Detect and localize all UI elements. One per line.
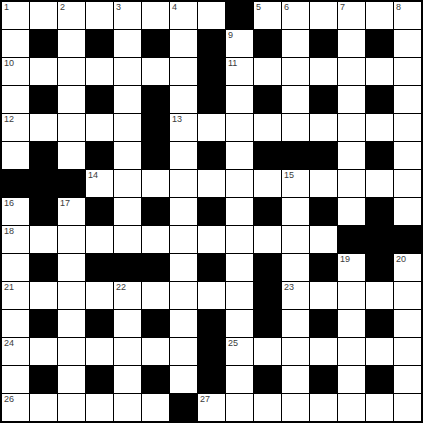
letter-cell[interactable] [142, 2, 169, 29]
block-cell [142, 114, 169, 141]
clue-number: 5 [256, 2, 261, 13]
letter-cell[interactable] [198, 170, 225, 197]
letter-cell[interactable] [114, 338, 141, 365]
letter-cell[interactable]: 14 [86, 170, 113, 197]
block-cell [198, 86, 225, 113]
block-cell [394, 226, 421, 253]
letter-cell[interactable] [282, 394, 309, 421]
letter-cell[interactable] [366, 58, 393, 85]
letter-cell[interactable]: 22 [114, 282, 141, 309]
letter-cell[interactable] [114, 394, 141, 421]
letter-cell[interactable] [58, 254, 85, 281]
letter-cell[interactable] [30, 58, 57, 85]
letter-cell[interactable] [58, 142, 85, 169]
letter-cell[interactable]: 8 [394, 2, 421, 29]
block-cell [30, 198, 57, 225]
block-cell [2, 170, 29, 197]
letter-cell[interactable] [170, 366, 197, 393]
letter-cell[interactable]: 1 [2, 2, 29, 29]
letter-cell[interactable] [58, 282, 85, 309]
letter-cell[interactable] [170, 338, 197, 365]
block-cell [254, 142, 281, 169]
letter-cell[interactable] [58, 338, 85, 365]
block-cell [198, 30, 225, 57]
block-cell [366, 366, 393, 393]
letter-cell[interactable] [282, 198, 309, 225]
letter-cell[interactable] [114, 142, 141, 169]
block-cell [310, 86, 337, 113]
letter-cell[interactable]: 18 [2, 226, 29, 253]
block-cell [254, 366, 281, 393]
block-cell [366, 86, 393, 113]
block-cell [366, 30, 393, 57]
letter-cell[interactable] [86, 394, 113, 421]
letter-cell[interactable] [58, 58, 85, 85]
letter-cell[interactable] [282, 254, 309, 281]
letter-cell[interactable] [114, 58, 141, 85]
letter-cell[interactable] [338, 86, 365, 113]
letter-cell[interactable] [170, 30, 197, 57]
letter-cell[interactable] [170, 282, 197, 309]
block-cell [254, 310, 281, 337]
letter-cell[interactable] [170, 310, 197, 337]
letter-cell[interactable] [226, 198, 253, 225]
letter-cell[interactable]: 12 [2, 114, 29, 141]
letter-cell[interactable] [366, 170, 393, 197]
letter-cell[interactable] [58, 366, 85, 393]
letter-cell[interactable]: 19 [338, 254, 365, 281]
letter-cell[interactable]: 2 [58, 2, 85, 29]
letter-cell[interactable] [30, 394, 57, 421]
letter-cell[interactable] [338, 198, 365, 225]
letter-cell[interactable] [338, 58, 365, 85]
letter-cell[interactable] [338, 142, 365, 169]
letter-cell[interactable] [30, 282, 57, 309]
letter-cell[interactable] [86, 282, 113, 309]
letter-cell[interactable] [226, 226, 253, 253]
letter-cell[interactable] [394, 114, 421, 141]
letter-cell[interactable] [30, 114, 57, 141]
letter-cell[interactable] [310, 114, 337, 141]
letter-cell[interactable]: 11 [226, 58, 253, 85]
clue-number: 14 [88, 170, 98, 181]
letter-cell[interactable] [254, 114, 281, 141]
block-cell [198, 310, 225, 337]
letter-cell[interactable] [30, 338, 57, 365]
letter-cell[interactable]: 3 [114, 2, 141, 29]
block-cell [86, 198, 113, 225]
letter-cell[interactable]: 20 [394, 254, 421, 281]
letter-cell[interactable]: 27 [198, 394, 225, 421]
clue-number: 1 [4, 2, 9, 13]
clue-number: 17 [60, 198, 70, 209]
letter-cell[interactable] [30, 2, 57, 29]
block-cell [338, 226, 365, 253]
letter-cell[interactable] [366, 338, 393, 365]
letter-cell[interactable] [338, 170, 365, 197]
letter-cell[interactable] [86, 114, 113, 141]
letter-cell[interactable] [310, 226, 337, 253]
letter-cell[interactable] [198, 282, 225, 309]
letter-cell[interactable] [114, 114, 141, 141]
letter-cell[interactable] [114, 198, 141, 225]
block-cell [254, 198, 281, 225]
letter-cell[interactable] [394, 394, 421, 421]
letter-cell[interactable] [226, 394, 253, 421]
letter-cell[interactable] [142, 170, 169, 197]
letter-cell[interactable] [114, 170, 141, 197]
letter-cell[interactable] [2, 30, 29, 57]
letter-cell[interactable] [394, 198, 421, 225]
letter-cell[interactable] [198, 226, 225, 253]
block-cell [198, 366, 225, 393]
letter-cell[interactable] [86, 58, 113, 85]
letter-cell[interactable] [58, 30, 85, 57]
block-cell [310, 310, 337, 337]
letter-cell[interactable] [142, 394, 169, 421]
letter-cell[interactable] [394, 338, 421, 365]
clue-number: 16 [4, 198, 14, 209]
clue-number: 4 [172, 2, 177, 13]
letter-cell[interactable] [394, 366, 421, 393]
block-cell [58, 170, 85, 197]
letter-cell[interactable] [394, 30, 421, 57]
letter-cell[interactable] [170, 142, 197, 169]
letter-cell[interactable]: 9 [226, 30, 253, 57]
letter-cell[interactable] [170, 58, 197, 85]
clue-number: 23 [284, 282, 294, 293]
block-cell [142, 142, 169, 169]
letter-cell[interactable]: 16 [2, 198, 29, 225]
letter-cell[interactable]: 5 [254, 2, 281, 29]
clue-number: 15 [284, 170, 294, 181]
clue-number: 10 [4, 58, 14, 69]
block-cell [142, 310, 169, 337]
letter-cell[interactable] [86, 226, 113, 253]
block-cell [86, 86, 113, 113]
letter-cell[interactable] [394, 310, 421, 337]
block-cell [142, 254, 169, 281]
letter-cell[interactable]: 15 [282, 170, 309, 197]
block-cell [198, 142, 225, 169]
letter-cell[interactable]: 23 [282, 282, 309, 309]
clue-number: 24 [4, 338, 14, 349]
letter-cell[interactable] [310, 338, 337, 365]
letter-cell[interactable] [366, 114, 393, 141]
block-cell [198, 198, 225, 225]
letter-cell[interactable] [226, 86, 253, 113]
clue-number: 11 [228, 58, 237, 69]
letter-cell[interactable] [310, 394, 337, 421]
letter-cell[interactable] [142, 338, 169, 365]
block-cell [198, 58, 225, 85]
letter-cell[interactable] [282, 86, 309, 113]
letter-cell[interactable] [2, 142, 29, 169]
block-cell [30, 86, 57, 113]
block-cell [254, 282, 281, 309]
letter-cell[interactable] [226, 114, 253, 141]
letter-cell[interactable] [58, 114, 85, 141]
clue-number: 2 [60, 2, 65, 13]
block-cell [170, 394, 197, 421]
letter-cell[interactable] [226, 170, 253, 197]
block-cell [142, 86, 169, 113]
block-cell [30, 142, 57, 169]
letter-cell[interactable] [2, 254, 29, 281]
clue-number: 9 [228, 30, 233, 41]
letter-cell[interactable] [394, 86, 421, 113]
clue-number: 6 [284, 2, 289, 13]
block-cell [198, 254, 225, 281]
letter-cell[interactable] [114, 366, 141, 393]
block-cell [310, 198, 337, 225]
letter-cell[interactable] [170, 226, 197, 253]
block-cell [86, 310, 113, 337]
letter-cell[interactable] [114, 30, 141, 57]
letter-cell[interactable] [254, 58, 281, 85]
block-cell [142, 366, 169, 393]
letter-cell[interactable] [86, 338, 113, 365]
clue-number: 19 [340, 254, 350, 265]
clue-number: 27 [200, 394, 210, 405]
letter-cell[interactable] [58, 310, 85, 337]
letter-cell[interactable] [310, 170, 337, 197]
letter-cell[interactable] [170, 254, 197, 281]
letter-cell[interactable] [254, 338, 281, 365]
letter-cell[interactable] [282, 30, 309, 57]
letter-cell[interactable] [338, 114, 365, 141]
block-cell [310, 254, 337, 281]
letter-cell[interactable] [226, 282, 253, 309]
letter-cell[interactable]: 17 [58, 198, 85, 225]
block-cell [30, 310, 57, 337]
letter-cell[interactable] [394, 142, 421, 169]
letter-cell[interactable] [58, 394, 85, 421]
letter-cell[interactable] [282, 226, 309, 253]
letter-cell[interactable] [254, 170, 281, 197]
clue-number: 7 [340, 2, 345, 13]
letter-cell[interactable] [86, 2, 113, 29]
letter-cell[interactable] [170, 86, 197, 113]
block-cell [366, 198, 393, 225]
letter-cell[interactable]: 6 [282, 2, 309, 29]
clue-number: 8 [396, 2, 401, 13]
clue-number: 3 [116, 2, 121, 13]
clue-number: 22 [116, 282, 126, 293]
block-cell [142, 30, 169, 57]
letter-cell[interactable] [310, 58, 337, 85]
block-cell [366, 226, 393, 253]
block-cell [366, 310, 393, 337]
letter-cell[interactable] [282, 310, 309, 337]
block-cell [30, 170, 57, 197]
letter-cell[interactable] [282, 58, 309, 85]
letter-cell[interactable] [310, 2, 337, 29]
letter-cell[interactable] [338, 30, 365, 57]
clue-number: 12 [4, 114, 14, 125]
letter-cell[interactable] [58, 86, 85, 113]
letter-cell[interactable] [338, 366, 365, 393]
letter-cell[interactable] [254, 394, 281, 421]
block-cell [254, 30, 281, 57]
letter-cell[interactable] [226, 254, 253, 281]
block-cell [30, 30, 57, 57]
clue-number: 26 [4, 394, 14, 405]
letter-cell[interactable]: 24 [2, 338, 29, 365]
letter-cell[interactable] [366, 282, 393, 309]
clue-number: 20 [396, 254, 406, 265]
block-cell [310, 30, 337, 57]
block-cell [226, 2, 253, 29]
letter-cell[interactable] [170, 198, 197, 225]
clue-number: 18 [4, 226, 14, 237]
letter-cell[interactable] [2, 86, 29, 113]
block-cell [366, 254, 393, 281]
letter-cell[interactable] [282, 366, 309, 393]
block-cell [142, 198, 169, 225]
letter-cell[interactable] [338, 338, 365, 365]
letter-cell[interactable] [338, 310, 365, 337]
letter-cell[interactable] [394, 58, 421, 85]
letter-cell[interactable]: 7 [338, 2, 365, 29]
clue-number: 21 [4, 282, 14, 293]
letter-cell[interactable] [338, 282, 365, 309]
letter-cell[interactable] [114, 226, 141, 253]
letter-cell[interactable] [114, 86, 141, 113]
letter-cell[interactable] [198, 2, 225, 29]
letter-cell[interactable]: 4 [170, 2, 197, 29]
letter-cell[interactable] [2, 366, 29, 393]
clue-number: 13 [172, 114, 182, 125]
block-cell [310, 142, 337, 169]
letter-cell[interactable]: 13 [170, 114, 197, 141]
letter-cell[interactable] [282, 338, 309, 365]
letter-cell[interactable] [30, 226, 57, 253]
letter-cell[interactable] [282, 114, 309, 141]
letter-cell[interactable]: 26 [2, 394, 29, 421]
letter-cell[interactable] [366, 394, 393, 421]
crossword-board: 1234567891011121314151617181920212223242… [0, 0, 423, 423]
block-cell [282, 142, 309, 169]
block-cell [114, 254, 141, 281]
letter-cell[interactable] [394, 282, 421, 309]
letter-cell[interactable]: 25 [226, 338, 253, 365]
block-cell [86, 366, 113, 393]
letter-cell[interactable] [142, 226, 169, 253]
block-cell [30, 366, 57, 393]
letter-cell[interactable] [226, 366, 253, 393]
letter-cell[interactable] [310, 282, 337, 309]
block-cell [86, 142, 113, 169]
letter-cell[interactable] [198, 114, 225, 141]
letter-cell[interactable]: 21 [2, 282, 29, 309]
block-cell [86, 254, 113, 281]
letter-cell[interactable]: 10 [2, 58, 29, 85]
letter-cell[interactable] [226, 142, 253, 169]
block-cell [254, 86, 281, 113]
block-cell [366, 142, 393, 169]
letter-cell[interactable] [394, 170, 421, 197]
letter-cell[interactable] [254, 226, 281, 253]
letter-cell[interactable] [366, 2, 393, 29]
clue-number: 25 [228, 338, 238, 349]
letter-cell[interactable] [338, 394, 365, 421]
letter-cell[interactable] [142, 58, 169, 85]
letter-cell[interactable] [142, 282, 169, 309]
block-cell [198, 338, 225, 365]
letter-cell[interactable] [2, 310, 29, 337]
letter-cell[interactable] [58, 226, 85, 253]
letter-cell[interactable] [226, 310, 253, 337]
letter-cell[interactable] [170, 170, 197, 197]
block-cell [30, 254, 57, 281]
block-cell [254, 254, 281, 281]
block-cell [310, 366, 337, 393]
block-cell [86, 30, 113, 57]
letter-cell[interactable] [114, 310, 141, 337]
